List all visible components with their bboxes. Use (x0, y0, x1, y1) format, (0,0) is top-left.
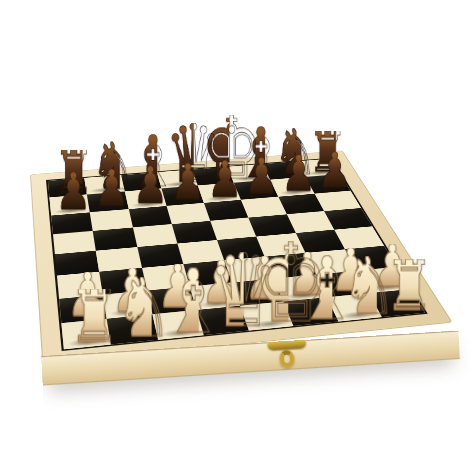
board-squares: ♜♞♝♛♚♝♞♜♟♟♟♟♟♟♟♟♟♟♟♟♟♟♟♟♜♞♝♛♚♝♞♜ (46, 158, 428, 351)
square-b5 (93, 227, 137, 250)
black-pawn: ♟ (94, 169, 124, 209)
square-c6 (128, 206, 171, 228)
black-pawn: ♟ (170, 163, 200, 203)
black-pawn: ♟ (55, 172, 85, 212)
black-pawn: ♟ (207, 160, 236, 199)
board-perspective-wrap: ♜♞♝♛♚♝♞♜♟♟♟♟♟♟♟♟♟♟♟♟♟♟♟♟♜♞♝♛♚♝♞♜ (37, 60, 397, 420)
brass-clasp (261, 336, 314, 385)
clasp-hook-icon (280, 350, 296, 368)
black-pawn: ♟ (281, 155, 310, 194)
clasp-plate-icon (267, 336, 307, 350)
square-a7: ♟ (49, 195, 89, 216)
chess-board: ♜♞♝♛♚♝♞♜♟♟♟♟♟♟♟♟♟♟♟♟♟♟♟♟♜♞♝♛♚♝♞♜ (30, 150, 453, 364)
black-pawn: ♟ (132, 166, 162, 206)
chess-set-photo: ♜♞♝♛♚♝♞♜♟♟♟♟♟♟♟♟♟♟♟♟♟♟♟♟♜♞♝♛♚♝♞♜ (0, 0, 470, 470)
square-b7: ♟ (87, 192, 128, 213)
square-b6 (90, 209, 133, 231)
black-pawn: ♟ (244, 158, 273, 197)
square-a1: ♜ (61, 319, 111, 350)
black-pawn: ♟ (317, 152, 346, 191)
white-rook: ♜ (69, 289, 106, 345)
square-h6 (314, 191, 361, 212)
white-knight: ♞ (116, 277, 152, 340)
square-a5 (53, 231, 96, 254)
